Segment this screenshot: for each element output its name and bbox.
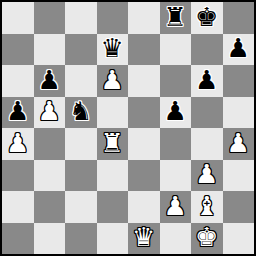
square-f2[interactable]: ♟ xyxy=(160,191,192,223)
square-d8[interactable] xyxy=(97,2,129,34)
square-c3[interactable] xyxy=(65,160,97,192)
chess-board: ♜♚♛♟♟♟♟♟♟♞♟♟♜♟♟♟♝♛♚ xyxy=(0,0,256,256)
white-pawn-icon: ♟ xyxy=(6,130,29,156)
black-king-icon: ♚ xyxy=(195,4,218,30)
square-h1[interactable] xyxy=(223,223,255,255)
square-h2[interactable] xyxy=(223,191,255,223)
white-pawn-icon: ♟ xyxy=(227,130,250,156)
white-pawn-icon: ♟ xyxy=(38,98,61,124)
square-a4[interactable]: ♟ xyxy=(2,128,34,160)
square-f4[interactable] xyxy=(160,128,192,160)
square-h6[interactable] xyxy=(223,65,255,97)
square-a3[interactable] xyxy=(2,160,34,192)
square-f1[interactable] xyxy=(160,223,192,255)
square-b2[interactable] xyxy=(34,191,66,223)
black-queen-icon: ♛ xyxy=(101,35,124,61)
square-c5[interactable]: ♞ xyxy=(65,97,97,129)
square-a1[interactable] xyxy=(2,223,34,255)
square-d6[interactable]: ♟ xyxy=(97,65,129,97)
square-d3[interactable] xyxy=(97,160,129,192)
white-bishop-icon: ♝ xyxy=(195,193,218,219)
square-a5[interactable]: ♟ xyxy=(2,97,34,129)
square-f3[interactable] xyxy=(160,160,192,192)
square-c8[interactable] xyxy=(65,2,97,34)
square-b8[interactable] xyxy=(34,2,66,34)
square-g8[interactable]: ♚ xyxy=(191,2,223,34)
white-pawn-icon: ♟ xyxy=(195,161,218,187)
square-h8[interactable] xyxy=(223,2,255,34)
square-h5[interactable] xyxy=(223,97,255,129)
square-c6[interactable] xyxy=(65,65,97,97)
square-c1[interactable] xyxy=(65,223,97,255)
square-d4[interactable]: ♜ xyxy=(97,128,129,160)
square-a6[interactable] xyxy=(2,65,34,97)
square-e5[interactable] xyxy=(128,97,160,129)
square-e7[interactable] xyxy=(128,34,160,66)
square-d2[interactable] xyxy=(97,191,129,223)
square-b3[interactable] xyxy=(34,160,66,192)
black-pawn-icon: ♟ xyxy=(164,98,187,124)
square-b5[interactable]: ♟ xyxy=(34,97,66,129)
square-c4[interactable] xyxy=(65,128,97,160)
square-e1[interactable]: ♛ xyxy=(128,223,160,255)
square-a8[interactable] xyxy=(2,2,34,34)
square-g6[interactable]: ♟ xyxy=(191,65,223,97)
square-e6[interactable] xyxy=(128,65,160,97)
square-b7[interactable] xyxy=(34,34,66,66)
square-h4[interactable]: ♟ xyxy=(223,128,255,160)
square-h7[interactable]: ♟ xyxy=(223,34,255,66)
square-g4[interactable] xyxy=(191,128,223,160)
square-g2[interactable]: ♝ xyxy=(191,191,223,223)
white-rook-icon: ♜ xyxy=(101,130,124,156)
square-c7[interactable] xyxy=(65,34,97,66)
white-pawn-icon: ♟ xyxy=(164,193,187,219)
square-e8[interactable] xyxy=(128,2,160,34)
square-h3[interactable] xyxy=(223,160,255,192)
square-f7[interactable] xyxy=(160,34,192,66)
square-g1[interactable]: ♚ xyxy=(191,223,223,255)
square-g5[interactable] xyxy=(191,97,223,129)
square-b1[interactable] xyxy=(34,223,66,255)
square-e2[interactable] xyxy=(128,191,160,223)
white-king-icon: ♚ xyxy=(195,224,218,250)
black-pawn-icon: ♟ xyxy=(6,98,29,124)
black-pawn-icon: ♟ xyxy=(227,35,250,61)
square-e3[interactable] xyxy=(128,160,160,192)
black-rook-icon: ♜ xyxy=(164,4,187,30)
white-queen-icon: ♛ xyxy=(132,224,155,250)
square-f8[interactable]: ♜ xyxy=(160,2,192,34)
square-f5[interactable]: ♟ xyxy=(160,97,192,129)
square-a7[interactable] xyxy=(2,34,34,66)
square-e4[interactable] xyxy=(128,128,160,160)
black-pawn-icon: ♟ xyxy=(195,67,218,93)
square-d7[interactable]: ♛ xyxy=(97,34,129,66)
square-d1[interactable] xyxy=(97,223,129,255)
white-pawn-icon: ♟ xyxy=(101,67,124,93)
square-c2[interactable] xyxy=(65,191,97,223)
black-pawn-icon: ♟ xyxy=(38,67,61,93)
square-g3[interactable]: ♟ xyxy=(191,160,223,192)
square-g7[interactable] xyxy=(191,34,223,66)
square-d5[interactable] xyxy=(97,97,129,129)
square-b4[interactable] xyxy=(34,128,66,160)
square-f6[interactable] xyxy=(160,65,192,97)
square-a2[interactable] xyxy=(2,191,34,223)
black-knight-icon: ♞ xyxy=(69,98,92,124)
square-b6[interactable]: ♟ xyxy=(34,65,66,97)
